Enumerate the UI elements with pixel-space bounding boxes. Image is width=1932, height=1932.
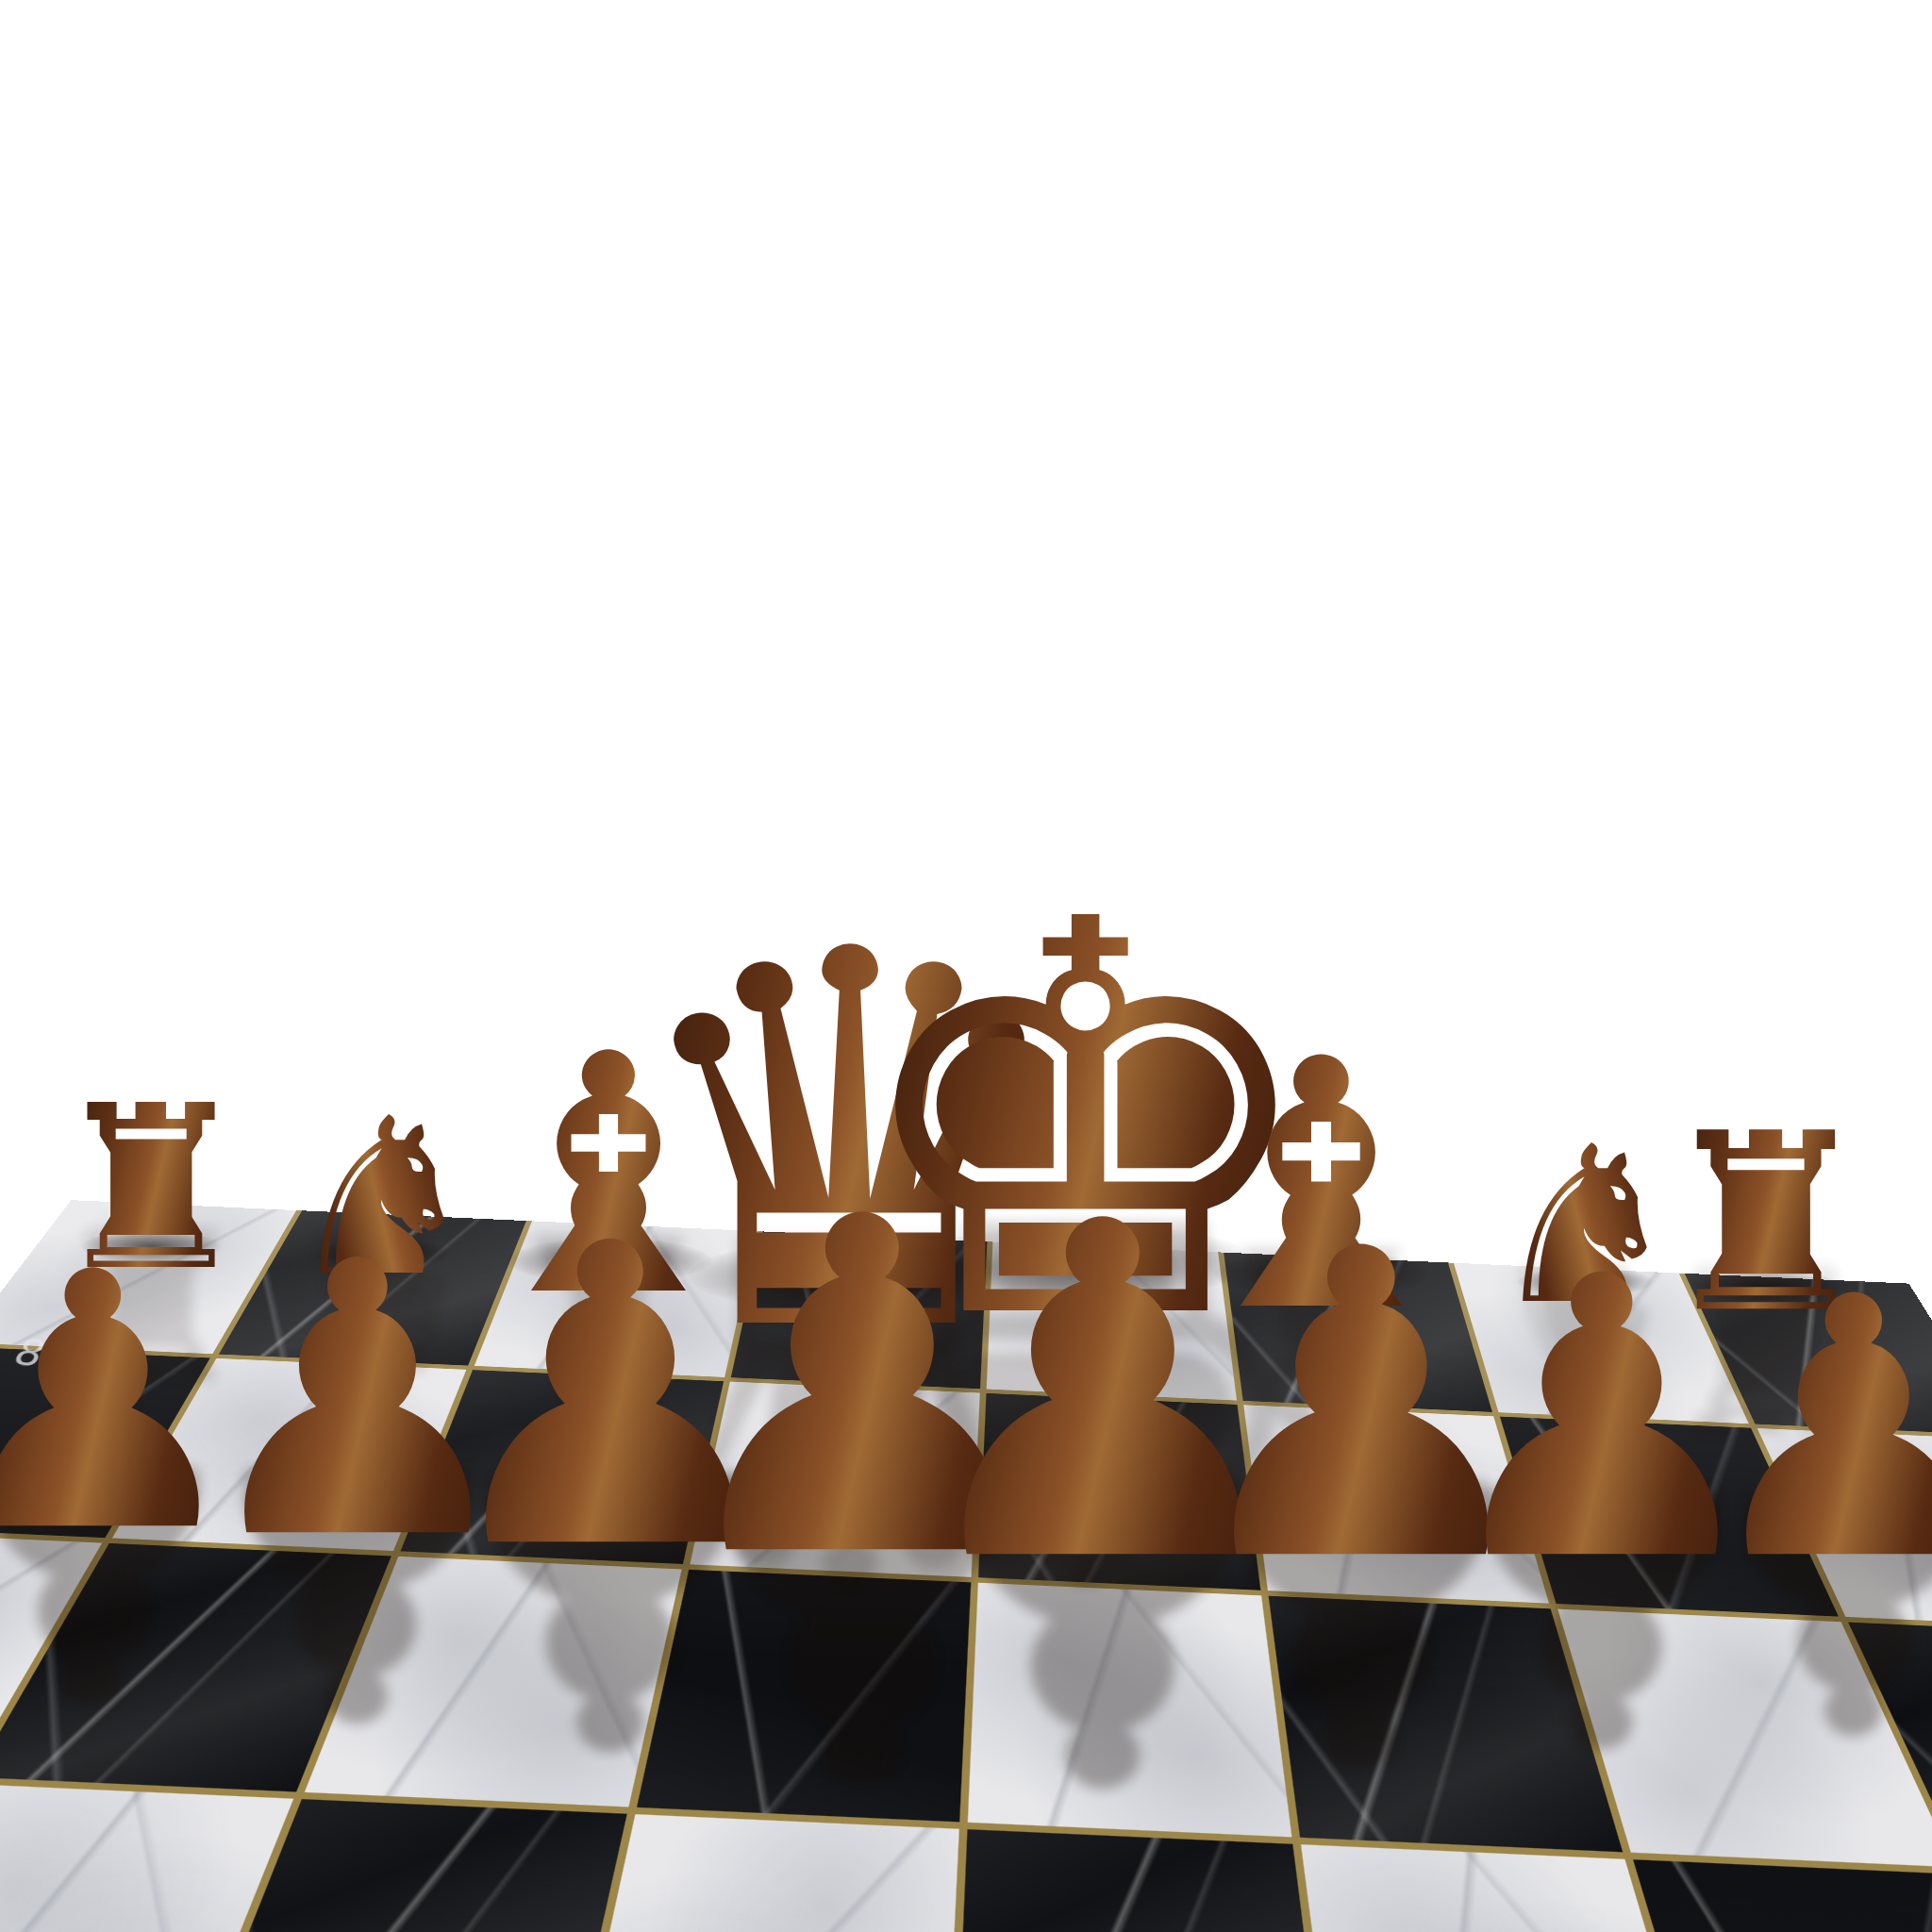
square-b5 [0, 1783, 293, 1932]
piece-black-pawn-h7[interactable]: ♟ [1674, 1251, 1932, 1609]
square-g5 [1633, 1859, 1932, 1932]
photo-stage: ♜♞♝♛♚♝♞♜♟♟♟♟♟♟♟♟ ♜♞♝♛♚♝♞♜♟♟♟♟♟♟♟♟ 8 8 [0, 0, 1932, 1932]
